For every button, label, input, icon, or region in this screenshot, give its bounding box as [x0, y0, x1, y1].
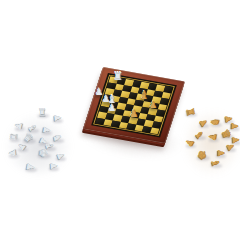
- chess-piece-silver-pawn: ♟: [24, 162, 35, 173]
- chess-piece-silver-pawn: ♟: [52, 114, 62, 123]
- chess-piece-silver-rook: ♜: [9, 133, 19, 142]
- square-h1: [150, 127, 160, 134]
- board-inlay-border: [91, 73, 177, 137]
- product-photo: ♜♟♟♝♟♝♟♟ ♜♟♟♝♟♜♛♟♞♟♝♟♚♟♟♟ ♜♟♞♟♟♝♟♛♟♟♚♟♝♟: [0, 0, 240, 240]
- chess-piece-gold-pawn: ♟: [208, 132, 218, 142]
- chess-piece-gold-bishop-e5: ♝: [139, 90, 149, 101]
- chess-piece-silver-rook: ♜: [38, 108, 47, 118]
- chess-piece-gold-pawn-g4: ♟: [149, 101, 157, 110]
- chess-piece-silver-pawn: ♟: [41, 125, 51, 135]
- chess-piece-silver-rook-b8: ♜: [113, 71, 123, 82]
- chess-piece-silver-pawn: ♟: [8, 149, 18, 158]
- chess-piece-gold-pawn: ♟: [216, 149, 225, 157]
- chess-piece-silver-pawn-b2: ♟: [108, 104, 116, 113]
- chess-piece-silver-king: ♚: [37, 148, 49, 159]
- chess-piece-gold-pawn-e2: ♟: [130, 109, 139, 119]
- chess-piece-silver-pawn: ♟: [48, 162, 58, 171]
